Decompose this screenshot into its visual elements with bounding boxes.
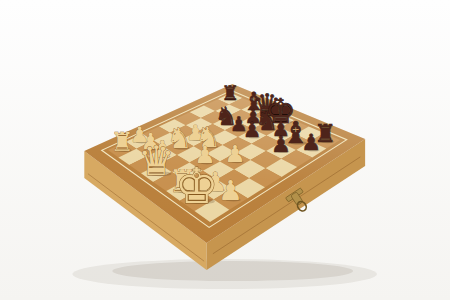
chess-set-photo: ♜♝♛♚♟♞♞♟♟♟♟♜♟♝♞♞♟♟♜♟♟♟♟♛♟♜♟♚	[0, 0, 450, 300]
contact-shadow	[112, 261, 353, 281]
piece-white-pawn-f4: ♟	[225, 140, 246, 168]
piece-white-king-g1: ♚	[175, 158, 219, 215]
chess-board: ♜♝♛♚♟♞♞♟♟♟♟♜♟♝♞♞♟♟♜♟♟♟♟♛♟♜♟♚	[0, 0, 450, 300]
piece-white-rook-a1: ♜	[110, 127, 133, 157]
piece-white-pawn-h2: ♟	[218, 175, 243, 206]
piece-black-pawn-h7: ♟	[301, 129, 321, 155]
piece-black-pawn-g6: ♟	[271, 131, 291, 157]
piece-black-pawn-e6: ♟	[243, 118, 262, 142]
